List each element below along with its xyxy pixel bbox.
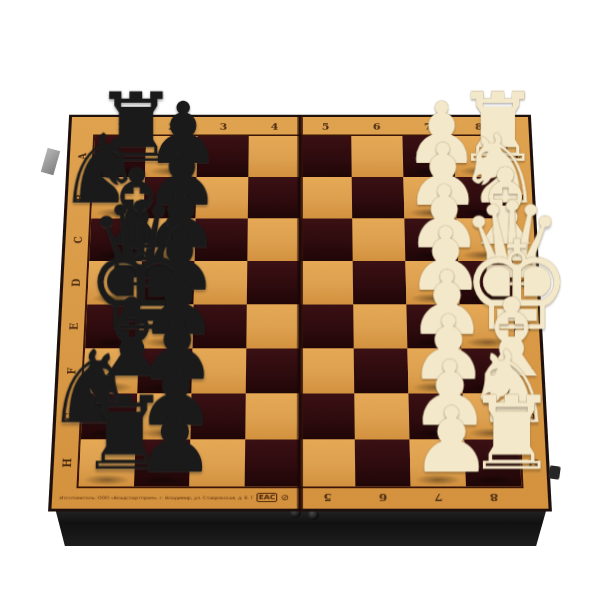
square-B5 [300, 177, 352, 219]
square-D4 [247, 261, 300, 304]
label-row-right-H: H [519, 439, 547, 486]
square-E1: ♚ [85, 304, 140, 348]
square-E5 [300, 304, 354, 348]
chessboard: 12345678 Изготовитель: ООО «Владспортпро… [51, 117, 548, 509]
label-row-right-E: E [513, 304, 540, 348]
label-col-bottom-6: 6 [355, 486, 411, 508]
square-G1: ♞ [81, 394, 137, 440]
label-row-right-D: D [511, 261, 538, 304]
square-A8: ♜ [454, 136, 507, 177]
square-C8: ♝ [457, 219, 511, 261]
square-C1: ♝ [89, 219, 143, 261]
square-H5 [300, 439, 355, 486]
piece-shadow [146, 250, 190, 260]
piece-shadow [407, 166, 451, 176]
square-A5 [300, 136, 352, 177]
label-col-6: 6 [351, 117, 402, 136]
square-H3 [189, 439, 245, 486]
square-E7: ♟ [406, 304, 461, 348]
square-G3 [190, 394, 245, 440]
square-G7: ♟ [408, 394, 464, 440]
square-B4 [248, 177, 300, 219]
square-F3 [192, 349, 247, 394]
label-col-1: 1 [95, 117, 147, 136]
square-E2: ♟ [139, 304, 194, 348]
square-A6 [351, 136, 403, 177]
piece-shadow [149, 166, 193, 176]
square-H1: ♜ [79, 439, 136, 486]
piece-shadow [460, 208, 504, 218]
square-D2: ♟ [140, 261, 194, 304]
piece-shadow [414, 428, 460, 439]
square-G4 [245, 394, 300, 440]
label-row-right-G: G [517, 394, 545, 440]
piece-shadow [470, 474, 517, 485]
label-col-bottom-8: 8 [466, 486, 522, 508]
piece-shadow [468, 428, 514, 439]
square-E4 [246, 304, 300, 348]
piece-shadow [410, 293, 455, 303]
square-A1: ♜ [93, 136, 146, 177]
square-A2: ♟ [145, 136, 198, 177]
label-row-right-C: C [509, 219, 536, 261]
square-H4 [245, 439, 300, 486]
square-D5 [300, 261, 353, 304]
square-H8: ♜ [464, 439, 521, 486]
square-A3 [197, 136, 249, 177]
square-A4 [248, 136, 300, 177]
prohibition-icon: ⊘ [281, 493, 289, 501]
label-col-7: 7 [402, 117, 454, 136]
square-B1: ♞ [91, 177, 145, 219]
piece-shadow [411, 337, 456, 347]
square-C4 [247, 219, 300, 261]
square-F2: ♟ [137, 349, 192, 394]
piece-shadow [138, 474, 185, 485]
label-col-8: 8 [453, 117, 505, 136]
square-E8: ♚ [460, 304, 515, 348]
piece-shadow [463, 293, 508, 303]
square-F5 [300, 349, 354, 394]
piece-shadow [415, 474, 462, 485]
piece-shadow [409, 250, 453, 260]
piece-shadow [140, 428, 186, 439]
label-row-right-F: F [515, 349, 543, 394]
piece-shadow [142, 382, 188, 393]
square-C5 [300, 219, 353, 261]
square-F8: ♝ [461, 349, 517, 394]
square-D6 [353, 261, 407, 304]
label-col-bottom-5: 5 [300, 486, 356, 508]
piece-shadow [83, 474, 130, 485]
square-F6 [354, 349, 409, 394]
clasp-knob [308, 510, 319, 520]
square-C2: ♟ [142, 219, 196, 261]
manufacturer-text: Изготовитель: ООО «Владспортпром», г. Вл… [60, 495, 254, 500]
square-B2: ♟ [143, 177, 196, 219]
piece-black-pawn: ♟ [137, 303, 191, 392]
square-E6 [353, 304, 407, 348]
square-C6 [352, 219, 405, 261]
piece-shadow [93, 250, 138, 260]
square-E3 [193, 304, 247, 348]
square-H2: ♟ [134, 439, 190, 486]
piece-shadow [89, 337, 134, 347]
eac-mark: EAC [256, 493, 277, 502]
square-C7: ♟ [404, 219, 458, 261]
square-H7: ♟ [410, 439, 466, 486]
square-D3 [194, 261, 248, 304]
piece-shadow [85, 428, 131, 439]
square-G8: ♞ [463, 394, 519, 440]
piece-shadow [462, 250, 507, 260]
piece-shadow [145, 293, 190, 303]
manufacturer-print: Изготовитель: ООО «Владспортпром», г. Вл… [59, 486, 292, 508]
label-row-right-A: A [505, 136, 531, 177]
square-A7: ♟ [402, 136, 455, 177]
piece-white-pawn: ♟ [408, 303, 462, 392]
square-B7: ♟ [403, 177, 456, 219]
label-col-3: 3 [198, 117, 249, 136]
square-H6 [355, 439, 411, 486]
label-col-4: 4 [249, 117, 300, 136]
square-D8: ♛ [458, 261, 513, 304]
product-photo-scene: 12345678 Изготовитель: ООО «Владспортпро… [0, 0, 600, 600]
piece-shadow [95, 208, 139, 218]
piece-shadow [87, 382, 133, 393]
square-G6 [354, 394, 409, 440]
piece-shadow [97, 166, 141, 176]
square-B6 [352, 177, 405, 219]
right-border-microtext [523, 415, 537, 423]
label-col-5: 5 [300, 117, 351, 136]
piece-shadow [148, 208, 192, 218]
piece-shadow [143, 337, 188, 347]
piece-shadow [459, 166, 503, 176]
piece-shadow [92, 293, 137, 303]
piece-shadow [408, 208, 452, 218]
square-B3 [196, 177, 249, 219]
piece-shadow [467, 382, 513, 393]
label-col-bottom-7: 7 [411, 486, 467, 508]
square-F7: ♟ [407, 349, 462, 394]
label-col-2: 2 [146, 117, 198, 136]
square-B8: ♞ [455, 177, 509, 219]
square-F4 [246, 349, 300, 394]
label-row-right-B: B [507, 177, 534, 219]
square-F1: ♝ [83, 349, 139, 394]
piece-shadow [465, 337, 510, 347]
clasp-tab-corner [548, 465, 561, 479]
square-G5 [300, 394, 355, 440]
square-G2: ♟ [136, 394, 192, 440]
fold-seam [297, 115, 304, 510]
square-D1: ♛ [87, 261, 142, 304]
piece-shadow [413, 382, 459, 393]
square-C3 [195, 219, 248, 261]
square-D7: ♟ [405, 261, 459, 304]
